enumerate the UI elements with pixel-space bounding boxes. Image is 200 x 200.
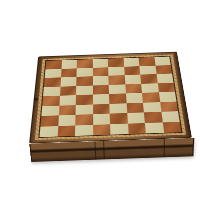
square-r6c2 <box>58 105 75 116</box>
square-r8c8 <box>162 122 181 133</box>
board-field <box>39 57 181 138</box>
board-top-surface <box>29 52 192 144</box>
square-r6c8 <box>160 101 178 112</box>
square-r7c2 <box>58 115 76 126</box>
square-r6c4 <box>93 104 110 115</box>
square-r8c1 <box>39 126 57 137</box>
photo-background <box>0 0 200 200</box>
square-r7c6 <box>127 112 145 123</box>
square-r7c3 <box>75 114 92 125</box>
square-r7c4 <box>93 114 110 125</box>
square-r8c4 <box>93 124 111 135</box>
square-r7c5 <box>110 113 128 124</box>
square-r6c6 <box>126 102 144 113</box>
square-r8c3 <box>75 125 93 136</box>
square-r5c2 <box>59 95 76 105</box>
square-r7c7 <box>144 112 162 123</box>
box-seam <box>94 141 96 159</box>
hinge-notch <box>34 98 38 100</box>
square-r8c7 <box>145 122 164 133</box>
square-r5c4 <box>93 94 110 104</box>
square-r8c2 <box>57 125 75 136</box>
square-r6c3 <box>76 104 93 115</box>
square-r6c5 <box>109 103 126 114</box>
square-r5c8 <box>158 92 176 102</box>
square-r8c5 <box>110 123 128 134</box>
square-r6c7 <box>143 102 161 113</box>
box-seam <box>103 141 105 159</box>
square-r5c3 <box>76 95 93 105</box>
chess-board <box>29 52 192 144</box>
square-r5c5 <box>109 93 126 103</box>
square-r5c1 <box>42 96 59 106</box>
box-clasp-seam <box>164 139 165 157</box>
square-r6c1 <box>41 105 59 116</box>
square-r7c8 <box>161 111 180 122</box>
square-r5c6 <box>125 93 142 103</box>
square-r5c7 <box>142 92 160 102</box>
square-r7c1 <box>40 115 58 126</box>
square-r8c6 <box>127 123 145 134</box>
